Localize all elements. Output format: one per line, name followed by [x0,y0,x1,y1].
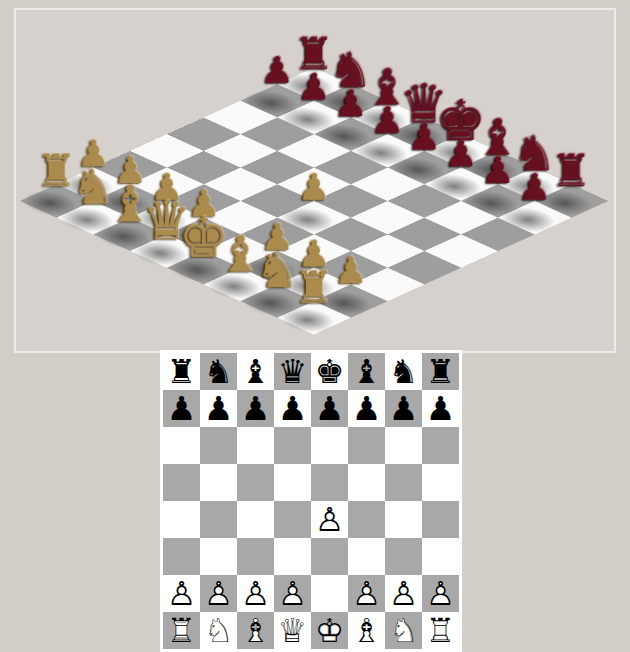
piece-2d-wP-f2[interactable]: ♟♙ [348,575,385,612]
piece-outline: ♖ [422,612,459,649]
square-2d-e1[interactable]: ♚♔ [311,612,348,649]
square-2d-a2[interactable]: ♟♙ [163,575,200,612]
square-2d-b3[interactable] [200,538,237,575]
piece-2d-bP-b7[interactable]: ♟ [200,390,237,427]
piece-2d-bP-c7[interactable]: ♟ [237,390,274,427]
square-2d-c2[interactable]: ♟♙ [237,575,274,612]
square-2d-b8[interactable]: ♞ [200,353,237,390]
square-2d-h3[interactable] [422,538,459,575]
piece-outline: ♙ [311,501,348,538]
square-2d-h4[interactable] [422,501,459,538]
square-2d-e2[interactable] [311,575,348,612]
piece-2d-bP-g7[interactable]: ♟ [385,390,422,427]
piece-2d-bP-h7[interactable]: ♟ [422,390,459,427]
piece-2d-wN-g1[interactable]: ♞♘ [385,612,422,649]
piece-2d-wP-d2[interactable]: ♟♙ [274,575,311,612]
board-2d[interactable]: ♜♞♝♛♚♝♞♜♟♟♟♟♟♟♟♟♟♙♟♙♟♙♟♙♟♙♟♙♟♙♟♙♜♖♞♘♝♗♛♕… [163,353,459,649]
square-2d-c5[interactable] [237,464,274,501]
piece-2d-bR-a8[interactable]: ♜ [163,353,200,390]
piece-2d-wK-e1[interactable]: ♚♔ [311,612,348,649]
square-2d-h2[interactable]: ♟♙ [422,575,459,612]
piece-2d-bP-e7[interactable]: ♟ [311,390,348,427]
square-3d-h7[interactable]: ♟ [498,201,572,234]
square-3d-h1[interactable]: ♜ [277,301,351,334]
square-2d-e3[interactable] [311,538,348,575]
piece-2d-bN-g8[interactable]: ♞ [385,353,422,390]
square-2d-h6[interactable] [422,427,459,464]
square-2d-f1[interactable]: ♝♗ [348,612,385,649]
square-2d-b2[interactable]: ♟♙ [200,575,237,612]
piece-2d-bP-a7[interactable]: ♟ [163,390,200,427]
piece-outline: ♙ [200,575,237,612]
piece-2d-wN-b1[interactable]: ♞♘ [200,612,237,649]
piece-outline: ♘ [200,612,237,649]
square-2d-g4[interactable] [385,501,422,538]
piece-outline: ♔ [311,612,348,649]
square-2d-a3[interactable] [163,538,200,575]
square-2d-a8[interactable]: ♜ [163,353,200,390]
square-2d-d2[interactable]: ♟♙ [274,575,311,612]
piece-2d-wP-b2[interactable]: ♟♙ [200,575,237,612]
square-2d-d8[interactable]: ♛ [274,353,311,390]
square-2d-b5[interactable] [200,464,237,501]
square-2d-h5[interactable] [422,464,459,501]
piece-2d-bB-c8[interactable]: ♝ [237,353,274,390]
piece-2d-wP-h2[interactable]: ♟♙ [422,575,459,612]
square-2d-c4[interactable] [237,501,274,538]
piece-2d-wR-h1[interactable]: ♜♖ [422,612,459,649]
square-2d-h1[interactable]: ♜♖ [422,612,459,649]
square-2d-b6[interactable] [200,427,237,464]
square-2d-c3[interactable] [237,538,274,575]
piece-2d-wB-c1[interactable]: ♝♗ [237,612,274,649]
board-3d-panel: ♜♞♝♛♚♝♞♜♟♟♟♟♟♟♟♟♟♟♟♟♟♟♟♟♜♞♝♛♚♝♞♜ [14,8,616,353]
piece-outline: ♙ [348,575,385,612]
piece-2d-wB-f1[interactable]: ♝♗ [348,612,385,649]
piece-2d-wQ-d1[interactable]: ♛♕ [274,612,311,649]
square-2d-g1[interactable]: ♞♘ [385,612,422,649]
square-2d-c6[interactable] [237,427,274,464]
square-2d-b4[interactable] [200,501,237,538]
piece-outline: ♕ [274,612,311,649]
piece-outline: ♖ [163,612,200,649]
square-2d-e4[interactable]: ♟♙ [311,501,348,538]
square-2d-c1[interactable]: ♝♗ [237,612,274,649]
square-2d-a1[interactable]: ♜♖ [163,612,200,649]
piece-outline: ♘ [385,612,422,649]
piece-2d-bP-f7[interactable]: ♟ [348,390,385,427]
square-2d-c8[interactable]: ♝ [237,353,274,390]
square-2d-d6[interactable] [274,427,311,464]
piece-2d-bQ-d8[interactable]: ♛ [274,353,311,390]
square-2d-d7[interactable]: ♟ [274,390,311,427]
piece-outline: ♗ [348,612,385,649]
square-2d-f8[interactable]: ♝ [348,353,385,390]
piece-outline: ♙ [274,575,311,612]
piece-2d-bB-f8[interactable]: ♝ [348,353,385,390]
piece-2d-wP-g2[interactable]: ♟♙ [385,575,422,612]
piece-2d-bR-h8[interactable]: ♜ [422,353,459,390]
chess-app-window: { "game": "chess", "position": { "fen": … [0,0,630,652]
piece-2d-wP-a2[interactable]: ♟♙ [163,575,200,612]
square-2d-b7[interactable]: ♟ [200,390,237,427]
square-2d-b1[interactable]: ♞♘ [200,612,237,649]
board-3d[interactable]: ♜♞♝♛♚♝♞♜♟♟♟♟♟♟♟♟♟♟♟♟♟♟♟♟♜♞♝♛♚♝♞♜ [20,67,608,334]
piece-2d-wR-a1[interactable]: ♜♖ [163,612,200,649]
square-2d-g2[interactable]: ♟♙ [385,575,422,612]
square-2d-a4[interactable] [163,501,200,538]
square-2d-d3[interactable] [274,538,311,575]
piece-2d-bN-b8[interactable]: ♞ [200,353,237,390]
square-2d-d1[interactable]: ♛♕ [274,612,311,649]
square-2d-e6[interactable] [311,427,348,464]
piece-2d-wP-e4[interactable]: ♟♙ [311,501,348,538]
square-2d-a5[interactable] [163,464,200,501]
square-2d-f7[interactable]: ♟ [348,390,385,427]
square-2d-e7[interactable]: ♟ [311,390,348,427]
square-2d-d5[interactable] [274,464,311,501]
square-2d-e8[interactable]: ♚ [311,353,348,390]
square-2d-g3[interactable] [385,538,422,575]
square-2d-e5[interactable] [311,464,348,501]
piece-2d-bP-d7[interactable]: ♟ [274,390,311,427]
square-2d-a6[interactable] [163,427,200,464]
square-2d-f4[interactable] [348,501,385,538]
square-2d-f5[interactable] [348,464,385,501]
piece-2d-bK-e8[interactable]: ♚ [311,353,348,390]
piece-outline: ♙ [385,575,422,612]
piece-2d-wP-c2[interactable]: ♟♙ [237,575,274,612]
piece-outline: ♙ [163,575,200,612]
square-2d-c7[interactable]: ♟ [237,390,274,427]
board-2d-panel: ♜♞♝♛♚♝♞♜♟♟♟♟♟♟♟♟♟♙♟♙♟♙♟♙♟♙♟♙♟♙♟♙♜♖♞♘♝♗♛♕… [160,350,462,652]
square-2d-g8[interactable]: ♞ [385,353,422,390]
square-2d-f3[interactable] [348,538,385,575]
square-2d-h8[interactable]: ♜ [422,353,459,390]
piece-outline: ♙ [237,575,274,612]
square-2d-h7[interactable]: ♟ [422,390,459,427]
square-2d-a7[interactable]: ♟ [163,390,200,427]
piece-outline: ♗ [237,612,274,649]
square-2d-f2[interactable]: ♟♙ [348,575,385,612]
square-2d-g5[interactable] [385,464,422,501]
piece-3d-bP-h7[interactable]: ♟ [483,154,587,218]
piece-outline: ♙ [422,575,459,612]
square-2d-g7[interactable]: ♟ [385,390,422,427]
square-2d-d4[interactable] [274,501,311,538]
square-2d-f6[interactable] [348,427,385,464]
piece-3d-wR-h1[interactable]: ♜ [262,254,366,318]
square-2d-g6[interactable] [385,427,422,464]
